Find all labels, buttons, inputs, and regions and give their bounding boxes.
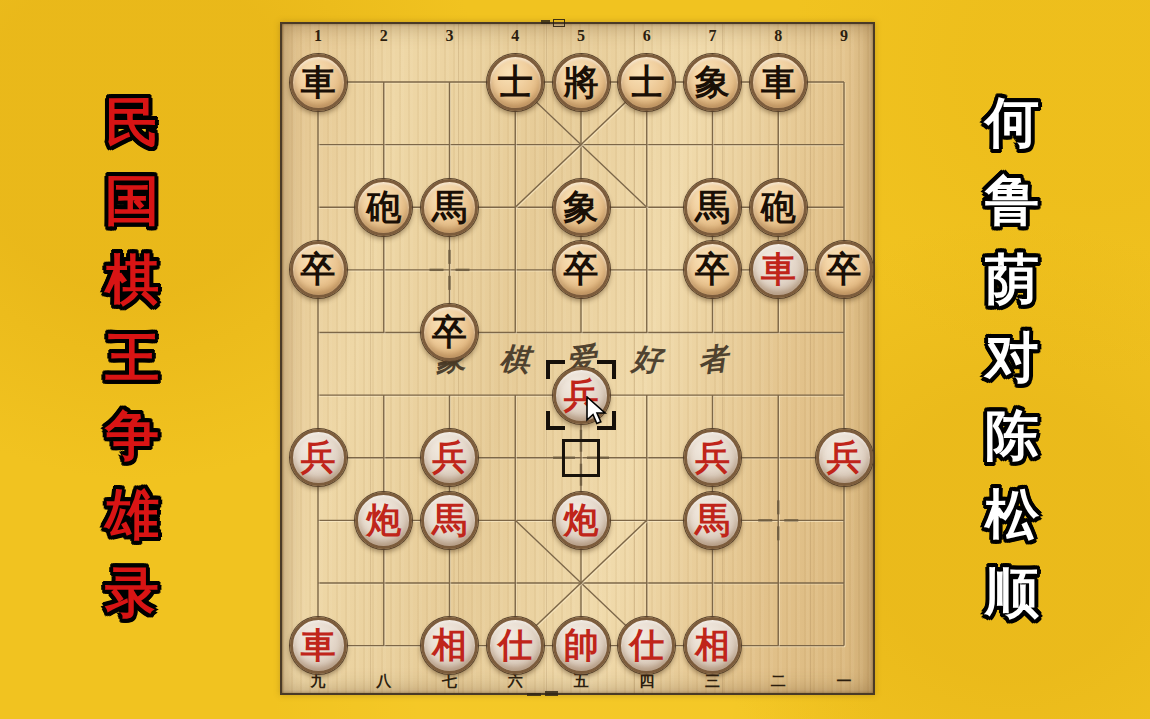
file-label-bottom: 七 (442, 672, 457, 691)
piece-char: 卒 (695, 252, 730, 287)
file-label-bottom: 四 (639, 672, 654, 691)
title-char: 何 (985, 84, 1039, 162)
piece-char: 車 (761, 252, 796, 287)
title-char: 雄 (105, 475, 159, 553)
piece-black-砲[interactable]: 砲 (355, 179, 412, 236)
file-label-top: 9 (840, 27, 848, 45)
title-char: 争 (105, 397, 159, 475)
title-char: 陈 (985, 397, 1039, 475)
watermark-char: 者 (695, 338, 729, 382)
piece-char: 車 (761, 65, 796, 100)
file-label-bottom: 八 (376, 672, 391, 691)
piece-red-仕[interactable]: 仕 (618, 617, 675, 674)
file-label-top: 2 (380, 27, 388, 45)
piece-char: 卒 (564, 252, 599, 287)
piece-black-車[interactable]: 車 (290, 54, 347, 111)
piece-char: 炮 (366, 503, 401, 538)
piece-char: 兵 (695, 440, 730, 475)
piece-red-兵[interactable]: 兵 (290, 429, 347, 486)
top-edge-fragment (541, 20, 550, 24)
piece-black-卒[interactable]: 卒 (421, 304, 478, 361)
piece-black-砲[interactable]: 砲 (750, 179, 807, 236)
piece-char: 將 (564, 65, 599, 100)
piece-char: 炮 (564, 503, 599, 538)
title-char: 录 (105, 554, 159, 632)
title-char: 对 (985, 319, 1039, 397)
selection-brackets (546, 360, 616, 430)
piece-char: 兵 (301, 440, 336, 475)
piece-char: 車 (301, 628, 336, 663)
title-char: 国 (105, 162, 159, 240)
piece-red-車[interactable]: 車 (290, 617, 347, 674)
piece-black-卒[interactable]: 卒 (816, 241, 873, 298)
piece-char: 卒 (827, 252, 862, 287)
file-label-top: 7 (709, 27, 717, 45)
file-label-top: 3 (446, 27, 454, 45)
piece-char: 相 (695, 628, 730, 663)
piece-black-象[interactable]: 象 (684, 54, 741, 111)
piece-red-車[interactable]: 車 (750, 241, 807, 298)
piece-char: 卒 (432, 315, 467, 350)
title-char: 鲁 (985, 162, 1039, 240)
piece-char: 馬 (695, 503, 730, 538)
piece-black-士[interactable]: 士 (618, 54, 675, 111)
file-label-bottom: 三 (705, 672, 720, 691)
title-char: 棋 (105, 241, 159, 319)
piece-char: 仕 (498, 628, 533, 663)
move-origin-marker (562, 439, 600, 477)
top-edge-fragment (553, 19, 565, 27)
piece-char: 士 (629, 65, 664, 100)
file-label-top: 6 (643, 27, 651, 45)
title-char: 民 (105, 84, 159, 162)
file-label-bottom: 六 (508, 672, 523, 691)
video-frame: 民国棋王争雄录 何鲁荫对陈松顺 123456789九八七六五四三二一象棋爱好者車… (0, 0, 1150, 719)
file-label-bottom: 五 (574, 672, 589, 691)
piece-red-相[interactable]: 相 (421, 617, 478, 674)
piece-char: 砲 (366, 190, 401, 225)
file-label-bottom: 二 (771, 672, 786, 691)
piece-black-士[interactable]: 士 (487, 54, 544, 111)
left-title-vertical: 民国棋王争雄录 (84, 84, 180, 632)
piece-char: 象 (564, 190, 599, 225)
file-label-top: 8 (774, 27, 782, 45)
piece-char: 卒 (301, 252, 336, 287)
piece-char: 兵 (827, 440, 862, 475)
piece-char: 馬 (432, 503, 467, 538)
title-char: 王 (105, 319, 159, 397)
piece-char: 馬 (695, 190, 730, 225)
piece-black-馬[interactable]: 馬 (684, 179, 741, 236)
piece-red-相[interactable]: 相 (684, 617, 741, 674)
piece-char: 馬 (432, 190, 467, 225)
piece-char: 車 (301, 65, 336, 100)
piece-red-帥[interactable]: 帥 (553, 617, 610, 674)
piece-char: 帥 (564, 628, 599, 663)
file-label-top: 5 (577, 27, 585, 45)
bottom-edge-fragment (545, 691, 558, 696)
piece-char: 仕 (629, 628, 664, 663)
file-label-top: 1 (314, 27, 322, 45)
piece-black-卒[interactable]: 卒 (553, 241, 610, 298)
title-char: 顺 (985, 554, 1039, 632)
piece-black-卒[interactable]: 卒 (290, 241, 347, 298)
piece-red-馬[interactable]: 馬 (421, 492, 478, 549)
file-label-bottom: 九 (311, 672, 326, 691)
title-char: 荫 (985, 241, 1039, 319)
file-label-bottom: 一 (837, 672, 852, 691)
piece-black-車[interactable]: 車 (750, 54, 807, 111)
piece-char: 象 (695, 65, 730, 100)
piece-red-炮[interactable]: 炮 (355, 492, 412, 549)
piece-char: 相 (432, 628, 467, 663)
piece-red-炮[interactable]: 炮 (553, 492, 610, 549)
xiangqi-board[interactable]: 123456789九八七六五四三二一象棋爱好者車士將士象車砲馬象馬砲卒卒卒車卒卒… (280, 22, 875, 695)
piece-black-將[interactable]: 將 (553, 54, 610, 111)
piece-black-卒[interactable]: 卒 (684, 241, 741, 298)
piece-red-馬[interactable]: 馬 (684, 492, 741, 549)
piece-red-仕[interactable]: 仕 (487, 617, 544, 674)
piece-red-兵[interactable]: 兵 (421, 429, 478, 486)
file-label-top: 4 (511, 27, 519, 45)
piece-black-象[interactable]: 象 (553, 179, 610, 236)
piece-black-馬[interactable]: 馬 (421, 179, 478, 236)
title-char: 松 (985, 475, 1039, 553)
piece-char: 砲 (761, 190, 796, 225)
piece-red-兵[interactable]: 兵 (816, 429, 873, 486)
watermark-char: 好 (630, 339, 663, 382)
right-title-vertical: 何鲁荫对陈松顺 (964, 84, 1060, 632)
watermark-char: 棋 (499, 339, 532, 382)
piece-char: 兵 (432, 440, 467, 475)
piece-red-兵[interactable]: 兵 (684, 429, 741, 486)
piece-char: 士 (498, 65, 533, 100)
bottom-edge-fragment (527, 693, 541, 696)
